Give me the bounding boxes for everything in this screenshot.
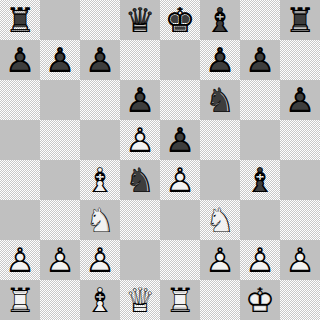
square-h3[interactable] <box>280 200 320 240</box>
square-d1[interactable]: ♛♕ <box>120 280 160 320</box>
square-c2[interactable]: ♟♙ <box>80 240 120 280</box>
square-d7[interactable] <box>120 40 160 80</box>
black-pawn-piece[interactable]: ♟♙ <box>280 80 320 120</box>
white-pawn-piece[interactable]: ♟♙ <box>120 120 160 160</box>
square-e1[interactable]: ♜♖ <box>160 280 200 320</box>
white-pawn-piece[interactable]: ♟♙ <box>280 240 320 280</box>
square-g7[interactable]: ♟♙ <box>240 40 280 80</box>
white-pawn-piece[interactable]: ♟♙ <box>240 240 280 280</box>
white-pawn-piece[interactable]: ♟♙ <box>40 240 80 280</box>
square-b8[interactable] <box>40 0 80 40</box>
square-d4[interactable]: ♞♘ <box>120 160 160 200</box>
square-h7[interactable] <box>280 40 320 80</box>
square-a7[interactable]: ♟♙ <box>0 40 40 80</box>
white-bishop-piece[interactable]: ♝♗ <box>80 160 120 200</box>
black-knight-outline-glyph: ♘ <box>120 160 160 200</box>
black-rook-outline-glyph: ♖ <box>280 0 320 40</box>
square-h6[interactable]: ♟♙ <box>280 80 320 120</box>
black-pawn-outline-glyph: ♙ <box>0 40 40 80</box>
black-bishop-piece[interactable]: ♝♗ <box>200 0 240 40</box>
square-a2[interactable]: ♟♙ <box>0 240 40 280</box>
white-pawn-outline-glyph: ♙ <box>160 160 200 200</box>
square-c5[interactable] <box>80 120 120 160</box>
black-pawn-piece[interactable]: ♟♙ <box>240 40 280 80</box>
square-b7[interactable]: ♟♙ <box>40 40 80 80</box>
white-pawn-outline-glyph: ♙ <box>120 120 160 160</box>
black-rook-piece[interactable]: ♜♖ <box>280 0 320 40</box>
square-g5[interactable] <box>240 120 280 160</box>
white-pawn-piece[interactable]: ♟♙ <box>200 240 240 280</box>
white-rook-piece[interactable]: ♜♖ <box>0 280 40 320</box>
square-f3[interactable]: ♞♘ <box>200 200 240 240</box>
square-f8[interactable]: ♝♗ <box>200 0 240 40</box>
square-f2[interactable]: ♟♙ <box>200 240 240 280</box>
square-f6[interactable]: ♞♘ <box>200 80 240 120</box>
chess-board: ♜♖♛♕♚♔♝♗♜♖♟♙♟♙♟♙♟♙♟♙♟♙♞♘♟♙♟♙♟♙♝♗♞♘♟♙♝♗♞♘… <box>0 0 320 320</box>
black-king-piece[interactable]: ♚♔ <box>160 0 200 40</box>
square-b6[interactable] <box>40 80 80 120</box>
black-knight-outline-glyph: ♘ <box>200 80 240 120</box>
square-h1[interactable] <box>280 280 320 320</box>
square-b5[interactable] <box>40 120 80 160</box>
square-b2[interactable]: ♟♙ <box>40 240 80 280</box>
square-a3[interactable] <box>0 200 40 240</box>
square-c3[interactable]: ♞♘ <box>80 200 120 240</box>
square-e5[interactable]: ♟♙ <box>160 120 200 160</box>
white-rook-outline-glyph: ♖ <box>0 280 40 320</box>
square-a5[interactable] <box>0 120 40 160</box>
black-pawn-piece[interactable]: ♟♙ <box>200 40 240 80</box>
black-pawn-outline-glyph: ♙ <box>200 40 240 80</box>
white-knight-piece[interactable]: ♞♘ <box>80 200 120 240</box>
square-a4[interactable] <box>0 160 40 200</box>
white-bishop-outline-glyph: ♗ <box>80 160 120 200</box>
white-pawn-outline-glyph: ♙ <box>240 240 280 280</box>
square-g1[interactable]: ♚♔ <box>240 280 280 320</box>
square-d6[interactable]: ♟♙ <box>120 80 160 120</box>
square-f5[interactable] <box>200 120 240 160</box>
white-pawn-outline-glyph: ♙ <box>200 240 240 280</box>
black-pawn-outline-glyph: ♙ <box>280 80 320 120</box>
square-e4[interactable]: ♟♙ <box>160 160 200 200</box>
black-pawn-piece[interactable]: ♟♙ <box>40 40 80 80</box>
square-b1[interactable] <box>40 280 80 320</box>
black-knight-piece[interactable]: ♞♘ <box>200 80 240 120</box>
square-g8[interactable] <box>240 0 280 40</box>
black-pawn-piece[interactable]: ♟♙ <box>0 40 40 80</box>
black-knight-piece[interactable]: ♞♘ <box>120 160 160 200</box>
square-c4[interactable]: ♝♗ <box>80 160 120 200</box>
square-c8[interactable] <box>80 0 120 40</box>
square-f4[interactable] <box>200 160 240 200</box>
square-f7[interactable]: ♟♙ <box>200 40 240 80</box>
square-a6[interactable] <box>0 80 40 120</box>
square-d5[interactable]: ♟♙ <box>120 120 160 160</box>
square-f1[interactable] <box>200 280 240 320</box>
white-king-outline-glyph: ♔ <box>240 280 280 320</box>
black-pawn-outline-glyph: ♙ <box>120 80 160 120</box>
square-e2[interactable] <box>160 240 200 280</box>
square-g4[interactable]: ♝♗ <box>240 160 280 200</box>
black-bishop-piece[interactable]: ♝♗ <box>240 160 280 200</box>
black-king-outline-glyph: ♔ <box>160 0 200 40</box>
white-pawn-piece[interactable]: ♟♙ <box>0 240 40 280</box>
square-e7[interactable] <box>160 40 200 80</box>
black-bishop-outline-glyph: ♗ <box>200 0 240 40</box>
white-knight-outline-glyph: ♘ <box>200 200 240 240</box>
white-pawn-outline-glyph: ♙ <box>280 240 320 280</box>
black-queen-piece[interactable]: ♛♕ <box>120 0 160 40</box>
square-g3[interactable] <box>240 200 280 240</box>
black-rook-outline-glyph: ♖ <box>0 0 40 40</box>
square-h2[interactable]: ♟♙ <box>280 240 320 280</box>
square-h4[interactable] <box>280 160 320 200</box>
black-queen-outline-glyph: ♕ <box>120 0 160 40</box>
square-c1[interactable]: ♝♗ <box>80 280 120 320</box>
black-pawn-outline-glyph: ♙ <box>40 40 80 80</box>
white-king-piece[interactable]: ♚♔ <box>240 280 280 320</box>
white-rook-outline-glyph: ♖ <box>160 280 200 320</box>
square-g2[interactable]: ♟♙ <box>240 240 280 280</box>
black-pawn-outline-glyph: ♙ <box>240 40 280 80</box>
square-g6[interactable] <box>240 80 280 120</box>
square-e6[interactable] <box>160 80 200 120</box>
white-pawn-outline-glyph: ♙ <box>0 240 40 280</box>
white-queen-piece[interactable]: ♛♕ <box>120 280 160 320</box>
white-knight-piece[interactable]: ♞♘ <box>200 200 240 240</box>
square-e8[interactable]: ♚♔ <box>160 0 200 40</box>
square-e3[interactable] <box>160 200 200 240</box>
black-pawn-piece[interactable]: ♟♙ <box>120 80 160 120</box>
white-rook-piece[interactable]: ♜♖ <box>160 280 200 320</box>
white-pawn-piece[interactable]: ♟♙ <box>160 160 200 200</box>
white-knight-outline-glyph: ♘ <box>80 200 120 240</box>
black-pawn-outline-glyph: ♙ <box>160 120 200 160</box>
square-a8[interactable]: ♜♖ <box>0 0 40 40</box>
square-b3[interactable] <box>40 200 80 240</box>
square-a1[interactable]: ♜♖ <box>0 280 40 320</box>
square-d2[interactable] <box>120 240 160 280</box>
white-pawn-outline-glyph: ♙ <box>80 240 120 280</box>
square-c7[interactable]: ♟♙ <box>80 40 120 80</box>
white-bishop-piece[interactable]: ♝♗ <box>80 280 120 320</box>
black-pawn-piece[interactable]: ♟♙ <box>160 120 200 160</box>
square-h8[interactable]: ♜♖ <box>280 0 320 40</box>
white-pawn-outline-glyph: ♙ <box>40 240 80 280</box>
white-pawn-piece[interactable]: ♟♙ <box>80 240 120 280</box>
black-rook-piece[interactable]: ♜♖ <box>0 0 40 40</box>
black-pawn-outline-glyph: ♙ <box>80 40 120 80</box>
square-b4[interactable] <box>40 160 80 200</box>
square-h5[interactable] <box>280 120 320 160</box>
white-bishop-outline-glyph: ♗ <box>80 280 120 320</box>
black-bishop-outline-glyph: ♗ <box>240 160 280 200</box>
black-pawn-piece[interactable]: ♟♙ <box>80 40 120 80</box>
square-c6[interactable] <box>80 80 120 120</box>
square-d3[interactable] <box>120 200 160 240</box>
white-queen-outline-glyph: ♕ <box>120 280 160 320</box>
square-d8[interactable]: ♛♕ <box>120 0 160 40</box>
